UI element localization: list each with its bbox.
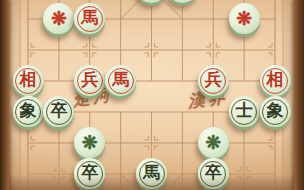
piece-face: 象 [260, 96, 291, 127]
facedown-flower-glyph: ❋ [236, 9, 252, 28]
piece-a6-elephant[interactable]: 象 [13, 96, 44, 127]
piece-character: 士 [236, 102, 253, 119]
piece-i6-elephant[interactable]: 象 [260, 96, 291, 127]
facedown-flower-glyph: ❋ [51, 9, 67, 28]
piece-character: 馬 [112, 71, 129, 88]
wood-frame-right [294, 0, 304, 190]
piece-character: 兵 [205, 71, 222, 88]
piece-character: 卒 [50, 102, 67, 119]
piece-d5-horse[interactable]: 馬 [105, 65, 136, 96]
piece-h3-facedown[interactable]: ❋ [229, 3, 260, 34]
piece-face: ❋ [229, 3, 260, 34]
facedown-flower-glyph: ❋ [205, 133, 221, 152]
piece-face: 相 [13, 65, 44, 96]
facedown-flower-glyph: ❋ [82, 133, 98, 152]
piece-h6-advisor[interactable]: 士 [229, 96, 260, 127]
piece-face: 士 [229, 96, 260, 127]
piece-g7-facedown[interactable]: ❋ [198, 127, 229, 158]
piece-face: 相 [260, 65, 291, 96]
piece-character: 相 [20, 71, 37, 88]
piece-character: 兵 [81, 71, 98, 88]
piece-character: 象 [20, 102, 37, 119]
piece-a5-elephant[interactable]: 相 [13, 65, 44, 96]
piece-character: 相 [267, 71, 284, 88]
piece-face: 馬 [105, 65, 136, 96]
wood-frame-left [0, 0, 9, 190]
xiangqi-board: 楚河 漢界 ❋馬❋相兵馬兵相象卒士象❋❋卒馬卒 [0, 0, 304, 190]
piece-face: 兵 [198, 65, 229, 96]
piece-g5-soldier[interactable]: 兵 [198, 65, 229, 96]
piece-i5-elephant[interactable]: 相 [260, 65, 291, 96]
piece-face: ❋ [198, 127, 229, 158]
bottom-vignette [0, 174, 304, 190]
piece-face: 象 [13, 96, 44, 127]
piece-character: 象 [267, 102, 284, 119]
piece-character: 馬 [81, 9, 98, 26]
